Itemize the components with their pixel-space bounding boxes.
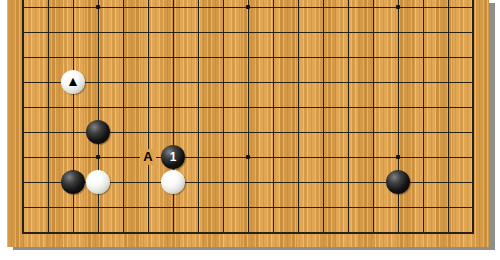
grid-line-vertical (398, 0, 399, 234)
star-point (96, 155, 100, 159)
grid-line-vertical (348, 0, 349, 234)
grid-line-vertical (73, 0, 74, 234)
star-point (96, 5, 100, 9)
star-point (396, 155, 400, 159)
star-point (246, 5, 250, 9)
grid-line-vertical (448, 0, 449, 234)
white-stone: ▲ (61, 70, 85, 94)
black-stone (86, 120, 110, 144)
grid-line-vertical (423, 0, 424, 234)
grid-line-vertical (298, 0, 299, 234)
white-stone (161, 170, 185, 194)
grid-line-vertical (148, 0, 149, 234)
black-stone (61, 170, 85, 194)
triangle-mark-icon: ▲ (66, 74, 80, 88)
grid-line-horizontal (22, 57, 474, 58)
grid-line-horizontal (22, 232, 474, 234)
grid-line-vertical (123, 0, 124, 234)
star-point (396, 5, 400, 9)
grid-line-vertical (173, 0, 174, 234)
move-number-label: 1 (170, 151, 177, 163)
grid-line-vertical (223, 0, 224, 234)
star-point (246, 155, 250, 159)
go-board[interactable]: A▲1 (7, 0, 489, 247)
grid-line-horizontal (22, 82, 474, 83)
black-stone (386, 170, 410, 194)
grid-line-vertical (22, 0, 24, 234)
grid-line-horizontal (22, 107, 474, 108)
grid-line-vertical (198, 0, 199, 234)
grid-line-vertical (248, 0, 249, 234)
grid-line-vertical (98, 0, 99, 234)
white-stone (86, 170, 110, 194)
grid-line-vertical (323, 0, 324, 234)
grid-line-vertical (472, 0, 474, 234)
grid-line-horizontal (22, 32, 474, 33)
point-label-a: A (140, 149, 156, 165)
grid-line-vertical (373, 0, 374, 234)
grid-line-vertical (48, 0, 49, 234)
black-stone: 1 (161, 145, 185, 169)
grid-line-vertical (273, 0, 274, 234)
page-background: { "game": "go", "diagram_title": "Go jos… (0, 0, 500, 260)
grid-line-horizontal (22, 207, 474, 208)
